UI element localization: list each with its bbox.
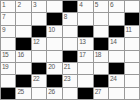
clue-number-18: 18 (95, 51, 101, 58)
clue-number-11: 11 (126, 26, 132, 33)
cell-r1c4[interactable] (47, 1, 61, 12)
cell-r6c6[interactable] (78, 63, 92, 74)
clue-number-3: 3 (33, 1, 36, 8)
cell-r2c4-block (47, 13, 61, 24)
cell-r8c5[interactable] (63, 88, 77, 99)
cell-r3c7[interactable] (94, 26, 108, 37)
clue-number-7: 7 (2, 13, 5, 20)
clue-number-16: 16 (17, 51, 23, 58)
cell-r7c2-block (16, 75, 30, 86)
cell-r6c3-block (32, 63, 46, 74)
cell-r4c2-block (16, 38, 30, 49)
cell-r3c1[interactable]: 9 (1, 26, 15, 37)
clue-number-13: 13 (79, 38, 85, 45)
cell-r4c6[interactable]: 13 (78, 38, 92, 49)
cell-r2c7[interactable] (94, 13, 108, 24)
cell-r5c9[interactable] (125, 51, 139, 62)
clue-number-22: 22 (33, 75, 39, 82)
cell-r4c5[interactable] (63, 38, 77, 49)
crossword-grid: 1234567891011121314151617181920212223242… (0, 0, 140, 100)
cell-r8c2[interactable]: 25 (16, 88, 30, 99)
clue-number-25: 25 (17, 88, 23, 95)
cell-r4c7-block (94, 38, 108, 49)
cell-r2c1[interactable]: 7 (1, 13, 15, 24)
clue-number-1: 1 (2, 1, 5, 8)
cell-r6c9[interactable] (125, 63, 139, 74)
cell-r6c4[interactable]: 20 (47, 63, 61, 74)
cell-r5c5-block (63, 51, 77, 62)
cell-r5c1[interactable]: 15 (1, 51, 15, 62)
cell-r6c2[interactable] (16, 63, 30, 74)
cell-r8c9[interactable] (125, 88, 139, 99)
cell-r2c9-block (125, 13, 139, 24)
clue-number-12: 12 (33, 38, 39, 45)
cell-r1c1[interactable]: 1 (1, 1, 15, 12)
cell-r8c1-block (1, 88, 15, 99)
cell-r6c7[interactable] (94, 63, 108, 74)
clue-number-15: 15 (2, 51, 8, 58)
cell-r5c3[interactable] (32, 51, 46, 62)
cell-r2c3[interactable] (32, 13, 46, 24)
clue-number-24: 24 (110, 75, 116, 82)
cell-r4c9[interactable] (125, 38, 139, 49)
cell-r2c8[interactable] (109, 13, 123, 24)
cell-r8c8[interactable] (109, 88, 123, 99)
cell-r8c6-block (78, 88, 92, 99)
cell-r8c4[interactable]: 26 (47, 88, 61, 99)
cell-r7c3[interactable]: 22 (32, 75, 46, 86)
cell-r6c8-block (109, 63, 123, 74)
cell-r3c9[interactable]: 11 (125, 26, 139, 37)
cell-r1c7[interactable]: 5 (94, 1, 108, 12)
cell-r5c4[interactable] (47, 51, 61, 62)
cell-r7c4-block (47, 75, 61, 86)
clue-number-4: 4 (79, 1, 82, 8)
clue-number-8: 8 (64, 13, 67, 20)
cell-r3c6-block (78, 26, 92, 37)
cell-r1c6[interactable]: 4 (78, 1, 92, 12)
cell-r1c8[interactable]: 6 (109, 1, 123, 12)
clue-number-14: 14 (110, 38, 116, 45)
cell-r6c1[interactable]: 19 (1, 63, 15, 74)
clue-number-5: 5 (95, 1, 98, 8)
clue-number-2: 2 (17, 1, 20, 8)
cell-r1c9[interactable] (125, 1, 139, 12)
cell-r2c2[interactable] (16, 13, 30, 24)
cell-r1c3[interactable]: 3 (32, 1, 46, 12)
cell-r3c2[interactable] (16, 26, 30, 37)
cell-r4c4[interactable] (47, 38, 61, 49)
clue-number-27: 27 (95, 88, 101, 95)
cell-r4c3[interactable]: 12 (32, 38, 46, 49)
cell-r8c7[interactable]: 27 (94, 88, 108, 99)
clue-number-17: 17 (79, 51, 85, 58)
cell-r3c3-block (32, 26, 46, 37)
cell-r2c5[interactable]: 8 (63, 13, 77, 24)
cell-r8c3[interactable] (32, 88, 46, 99)
clue-number-9: 9 (2, 26, 5, 33)
cell-r7c5[interactable]: 23 (63, 75, 77, 86)
clue-number-20: 20 (48, 63, 54, 70)
cell-r2c6[interactable] (78, 13, 92, 24)
cell-r6c5[interactable]: 21 (63, 63, 77, 74)
cell-r5c7[interactable]: 18 (94, 51, 108, 62)
cell-r3c8-block (109, 26, 123, 37)
cell-r1c5-block (63, 1, 77, 12)
clue-number-23: 23 (64, 75, 70, 82)
cell-r5c6[interactable]: 17 (78, 51, 92, 62)
cell-r1c2[interactable]: 2 (16, 1, 30, 12)
clue-number-10: 10 (48, 26, 54, 33)
cell-r4c8[interactable]: 14 (109, 38, 123, 49)
cell-r7c8[interactable]: 24 (109, 75, 123, 86)
cell-r3c5[interactable] (63, 26, 77, 37)
cell-r5c2[interactable]: 16 (16, 51, 30, 62)
cell-r7c7-block (94, 75, 108, 86)
clue-number-6: 6 (110, 1, 113, 8)
cell-r7c1[interactable] (1, 75, 15, 86)
cell-r7c6[interactable] (78, 75, 92, 86)
clue-number-26: 26 (48, 88, 54, 95)
cell-r3c4[interactable]: 10 (47, 26, 61, 37)
clue-number-19: 19 (2, 63, 8, 70)
cell-r4c1[interactable] (1, 38, 15, 49)
clue-number-21: 21 (64, 63, 70, 70)
cell-r5c8[interactable] (109, 51, 123, 62)
cell-r7c9[interactable] (125, 75, 139, 86)
